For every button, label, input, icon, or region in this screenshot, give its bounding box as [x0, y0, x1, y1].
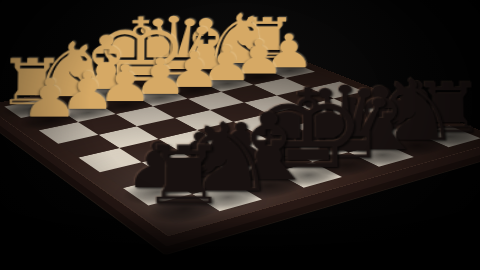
chessboard-grid: ♜♞♝♛♚♝♞♜♟♟♟♟♟♟♟♟♟♟♟♟♟♟♟♟♜♞♝♛♚♝♞♜	[4, 54, 480, 224]
board-frame: ♜♞♝♛♚♝♞♜♟♟♟♟♟♟♟♟♟♟♟♟♟♟♟♟♜♞♝♛♚♝♞♜	[0, 49, 480, 236]
chessboard-scene: ♜♞♝♛♚♝♞♜♟♟♟♟♟♟♟♟♟♟♟♟♟♟♟♟♜♞♝♛♚♝♞♜	[83, 0, 383, 270]
white-pawn-glyph: ♟	[21, 72, 80, 125]
chessboard-3d: ♜♞♝♛♚♝♞♜♟♟♟♟♟♟♟♟♟♟♟♟♟♟♟♟♜♞♝♛♚♝♞♜	[0, 49, 480, 236]
square-h8[interactable]: ♜	[148, 194, 220, 224]
black-rook-glyph: ♜	[140, 135, 227, 215]
render-background: ♜♞♝♛♚♝♞♜♟♟♟♟♟♟♟♟♟♟♟♟♟♟♟♟♜♞♝♛♚♝♞♜	[0, 0, 480, 270]
